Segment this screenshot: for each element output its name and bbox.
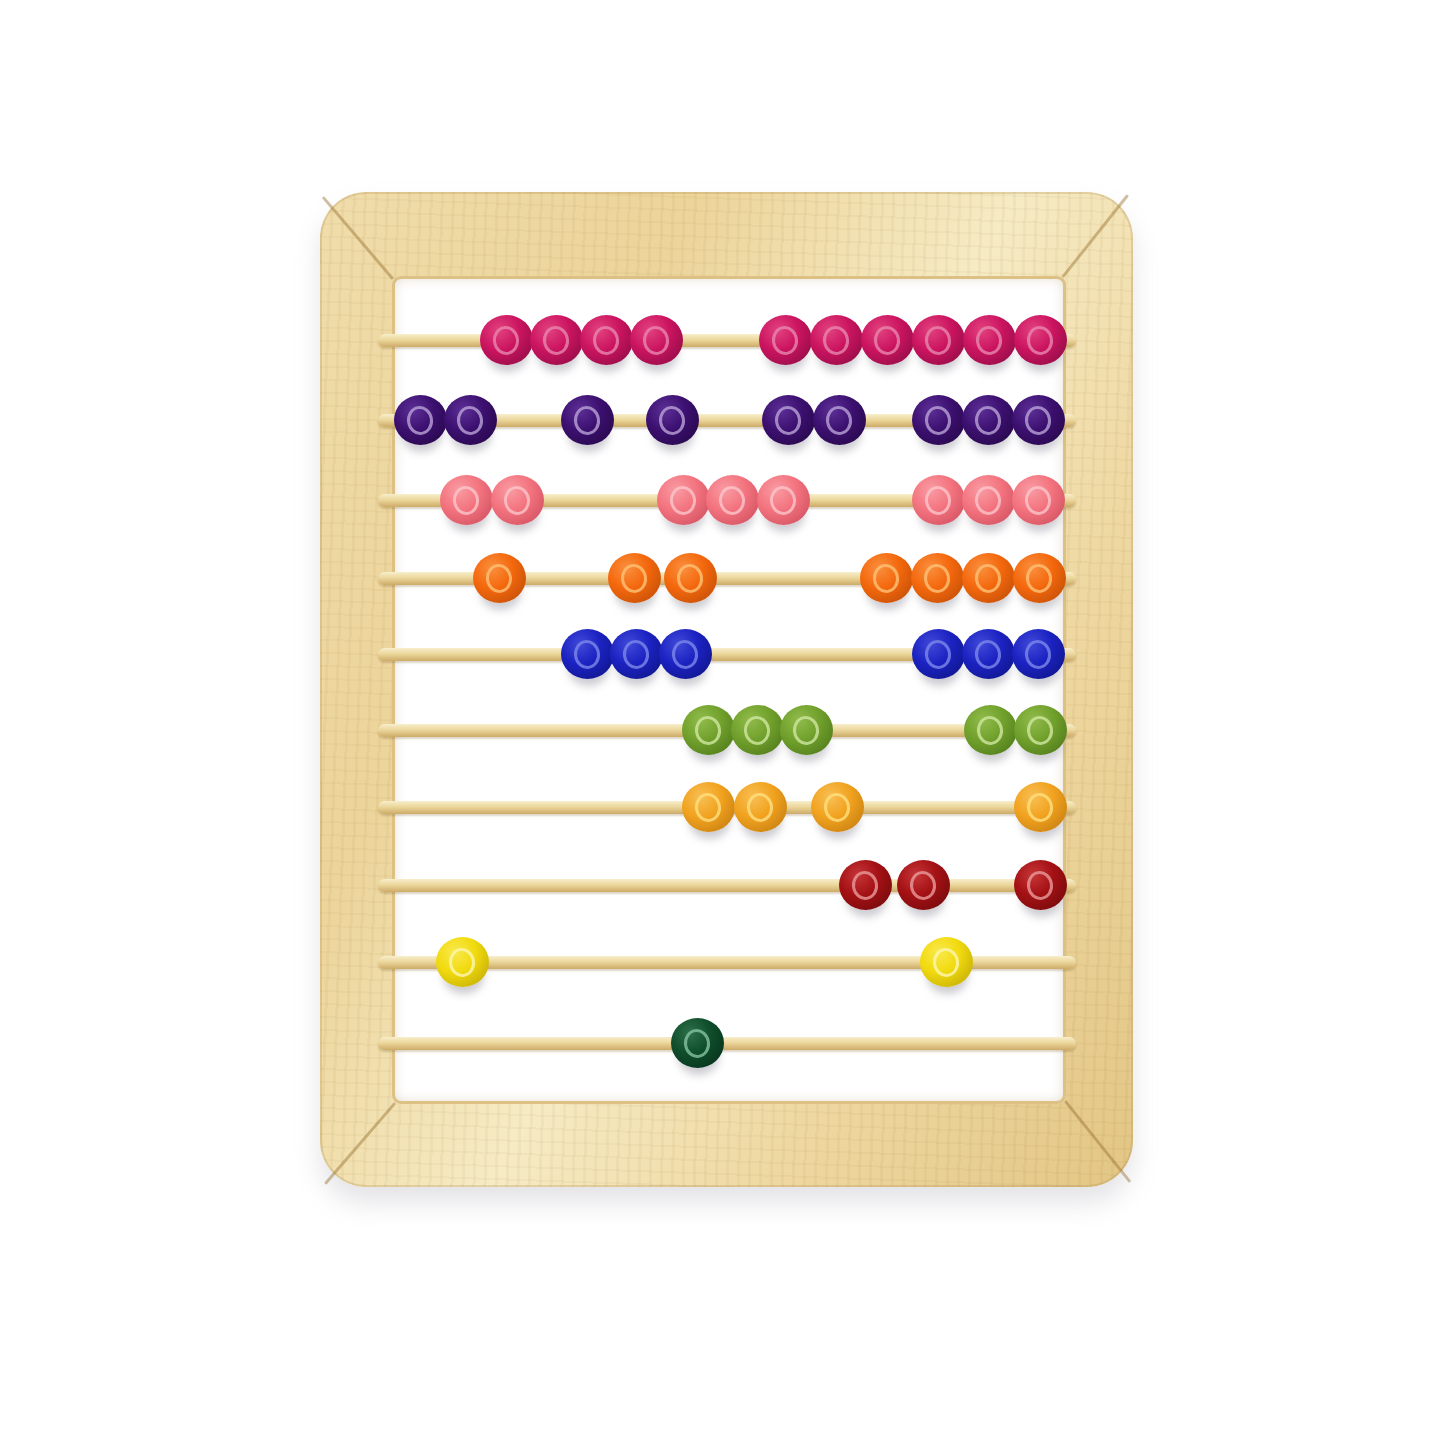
bead-circle-mark xyxy=(693,791,723,823)
bead-r6-3-apple-green[interactable] xyxy=(780,705,833,755)
bead-circle-mark xyxy=(591,324,621,356)
bead-circle-mark xyxy=(1023,404,1053,436)
bead-circle-mark xyxy=(541,324,571,356)
bead-circle-mark xyxy=(931,946,961,978)
bead-r10-1-dark-green[interactable] xyxy=(671,1018,724,1068)
bead-circle-mark xyxy=(871,562,901,594)
bead-r7-2-amber[interactable] xyxy=(734,782,787,832)
bead-r8-3-dark-red[interactable] xyxy=(1014,860,1067,910)
bead-r3-4-salmon-pink[interactable] xyxy=(706,475,759,525)
bead-circle-mark xyxy=(1025,714,1055,746)
bead-r3-5-salmon-pink[interactable] xyxy=(757,475,810,525)
bead-r1-7-magenta-pink[interactable] xyxy=(861,315,914,365)
bead-r5-5-royal-blue[interactable] xyxy=(962,629,1015,679)
bead-r3-1-salmon-pink[interactable] xyxy=(440,475,493,525)
bead-r5-6-royal-blue[interactable] xyxy=(1012,629,1065,679)
bead-r1-6-magenta-pink[interactable] xyxy=(810,315,863,365)
bead-circle-mark xyxy=(405,404,435,436)
bead-circle-mark xyxy=(670,638,700,670)
bead-circle-mark xyxy=(641,324,671,356)
bead-r1-9-magenta-pink[interactable] xyxy=(963,315,1016,365)
frame-miter-joint-bottom-left xyxy=(324,1102,396,1185)
bead-r3-7-salmon-pink[interactable] xyxy=(962,475,1015,525)
bead-r6-5-apple-green[interactable] xyxy=(1014,705,1067,755)
bead-circle-mark xyxy=(455,404,485,436)
bead-r6-1-apple-green[interactable] xyxy=(682,705,735,755)
bead-r4-3-orange[interactable] xyxy=(664,553,717,603)
bead-r2-5-dark-purple[interactable] xyxy=(762,395,815,445)
bead-r5-1-royal-blue[interactable] xyxy=(561,629,614,679)
bead-circle-mark xyxy=(447,946,477,978)
bead-r7-3-amber[interactable] xyxy=(811,782,864,832)
bead-circle-mark xyxy=(973,562,1003,594)
bead-circle-mark xyxy=(974,324,1004,356)
bead-circle-mark xyxy=(675,562,705,594)
bead-circle-mark xyxy=(922,562,952,594)
frame-miter-joint-top-left xyxy=(322,196,394,280)
bead-circle-mark xyxy=(682,1027,712,1059)
bead-r5-3-royal-blue[interactable] xyxy=(659,629,712,679)
bead-circle-mark xyxy=(491,324,521,356)
bead-r9-1-yellow[interactable] xyxy=(436,937,489,987)
bead-r2-1-dark-purple[interactable] xyxy=(394,395,447,445)
bead-circle-mark xyxy=(773,404,803,436)
bead-r4-4-orange[interactable] xyxy=(860,553,913,603)
bead-r2-9-dark-purple[interactable] xyxy=(1012,395,1065,445)
bead-circle-mark xyxy=(923,638,953,670)
bead-circle-mark xyxy=(657,404,687,436)
bead-r5-2-royal-blue[interactable] xyxy=(610,629,663,679)
bead-circle-mark xyxy=(1025,869,1055,901)
frame-miter-joint-bottom-right xyxy=(1064,1100,1131,1183)
bead-r3-3-salmon-pink[interactable] xyxy=(657,475,710,525)
bead-r2-8-dark-purple[interactable] xyxy=(962,395,1015,445)
bead-circle-mark xyxy=(973,638,1003,670)
bead-r2-6-dark-purple[interactable] xyxy=(813,395,866,445)
bead-circle-mark xyxy=(872,324,902,356)
rod-8 xyxy=(378,879,1076,892)
bead-circle-mark xyxy=(745,791,775,823)
bead-r3-8-salmon-pink[interactable] xyxy=(1012,475,1065,525)
bead-circle-mark xyxy=(824,404,854,436)
bead-circle-mark xyxy=(619,562,649,594)
rod-10 xyxy=(378,1037,1076,1050)
bead-r1-3-magenta-pink[interactable] xyxy=(580,315,633,365)
bead-r2-4-dark-purple[interactable] xyxy=(646,395,699,445)
bead-r4-6-orange[interactable] xyxy=(962,553,1015,603)
bead-circle-mark xyxy=(502,484,532,516)
bead-r1-8-magenta-pink[interactable] xyxy=(912,315,965,365)
bead-r3-6-salmon-pink[interactable] xyxy=(912,475,965,525)
bead-r6-2-apple-green[interactable] xyxy=(731,705,784,755)
bead-circle-mark xyxy=(822,791,852,823)
bead-circle-mark xyxy=(908,869,938,901)
bead-r1-4-magenta-pink[interactable] xyxy=(630,315,683,365)
bead-circle-mark xyxy=(1024,562,1054,594)
bead-circle-mark xyxy=(621,638,651,670)
bead-circle-mark xyxy=(923,404,953,436)
bead-r4-5-orange[interactable] xyxy=(911,553,964,603)
bead-circle-mark xyxy=(572,404,602,436)
abacus xyxy=(320,192,1133,1187)
bead-circle-mark xyxy=(1023,484,1053,516)
bead-r2-3-dark-purple[interactable] xyxy=(561,395,614,445)
bead-r4-2-orange[interactable] xyxy=(608,553,661,603)
bead-circle-mark xyxy=(1025,324,1055,356)
bead-r8-1-dark-red[interactable] xyxy=(839,860,892,910)
bead-circle-mark xyxy=(742,714,772,746)
bead-r7-4-amber[interactable] xyxy=(1014,782,1067,832)
bead-r6-4-apple-green[interactable] xyxy=(964,705,1017,755)
bead-circle-mark xyxy=(850,869,880,901)
bead-circle-mark xyxy=(1023,638,1053,670)
bead-circle-mark xyxy=(1025,791,1055,823)
bead-r1-2-magenta-pink[interactable] xyxy=(530,315,583,365)
bead-r4-1-orange[interactable] xyxy=(473,553,526,603)
bead-circle-mark xyxy=(768,484,798,516)
bead-circle-mark xyxy=(975,714,1005,746)
bead-r1-1-magenta-pink[interactable] xyxy=(480,315,533,365)
bead-r7-1-amber[interactable] xyxy=(682,782,735,832)
bead-r1-10-magenta-pink[interactable] xyxy=(1014,315,1067,365)
bead-r2-7-dark-purple[interactable] xyxy=(912,395,965,445)
bead-r3-2-salmon-pink[interactable] xyxy=(491,475,544,525)
bead-r4-7-orange[interactable] xyxy=(1013,553,1066,603)
bead-circle-mark xyxy=(791,714,821,746)
photo-background xyxy=(0,0,1445,1445)
bead-circle-mark xyxy=(451,484,481,516)
bead-circle-mark xyxy=(572,638,602,670)
bead-r2-2-dark-purple[interactable] xyxy=(444,395,497,445)
bead-circle-mark xyxy=(717,484,747,516)
bead-circle-mark xyxy=(668,484,698,516)
bead-r8-2-dark-red[interactable] xyxy=(897,860,950,910)
bead-circle-mark xyxy=(923,324,953,356)
bead-circle-mark xyxy=(693,714,723,746)
bead-r5-4-royal-blue[interactable] xyxy=(912,629,965,679)
bead-circle-mark xyxy=(923,484,953,516)
bead-circle-mark xyxy=(973,484,1003,516)
bead-circle-mark xyxy=(973,404,1003,436)
bead-circle-mark xyxy=(484,562,514,594)
bead-r9-2-yellow[interactable] xyxy=(920,937,973,987)
bead-r1-5-magenta-pink[interactable] xyxy=(759,315,812,365)
bead-circle-mark xyxy=(821,324,851,356)
bead-circle-mark xyxy=(770,324,800,356)
frame-miter-joint-top-right xyxy=(1062,194,1129,278)
